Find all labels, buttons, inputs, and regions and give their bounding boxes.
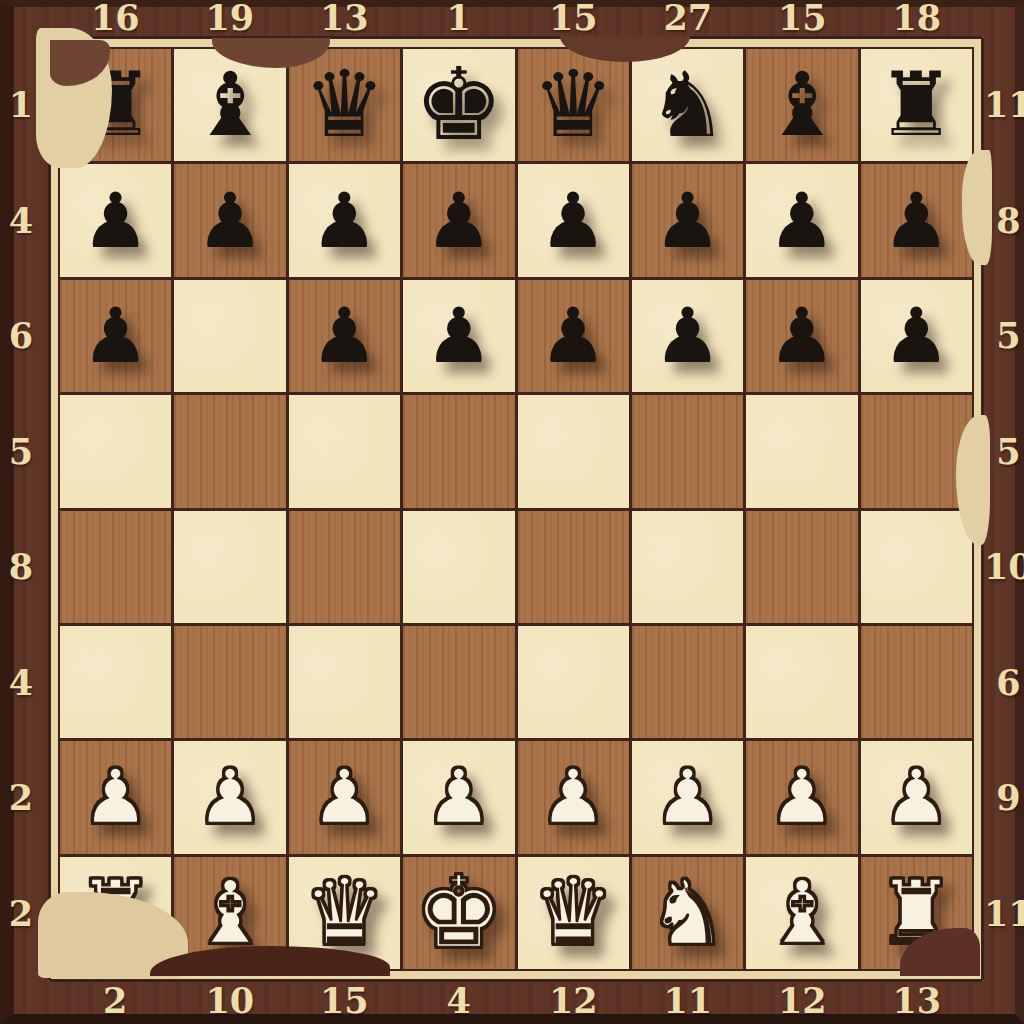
square-d7[interactable]: ♟	[403, 164, 514, 276]
bottom-label-3: 4	[402, 978, 517, 1022]
piece-black-rook[interactable]: ♜	[76, 61, 155, 149]
piece-black-bishop[interactable]: ♝	[191, 61, 270, 149]
piece-white-rook[interactable]: ♜	[76, 869, 155, 957]
top-label-4: 15	[516, 0, 631, 38]
left-label-3: 5	[0, 394, 48, 510]
left-label-6: 2	[0, 740, 48, 856]
piece-black-pawn[interactable]: ♟	[310, 183, 378, 259]
piece-white-pawn[interactable]: ♟	[425, 759, 493, 835]
piece-black-queen[interactable]: ♛	[532, 59, 614, 151]
square-a3[interactable]	[60, 626, 171, 738]
square-a4[interactable]	[60, 511, 171, 623]
square-a8[interactable]: ♜	[60, 49, 171, 161]
square-e4[interactable]	[518, 511, 629, 623]
right-label-5: 6	[984, 625, 1024, 741]
square-b4[interactable]	[174, 511, 285, 623]
square-g4[interactable]	[746, 511, 857, 623]
square-b2[interactable]: ♟	[174, 741, 285, 853]
top-label-3: 1	[402, 0, 517, 38]
top-label-5: 27	[631, 0, 746, 38]
chess-board[interactable]: ♜♝♛♚♛♞♝♜♟♟♟♟♟♟♟♟♟♟♟♟♟♟♟♟♟♟♟♟♟♟♟♜♝♛♚♛♞♝♜	[58, 47, 974, 971]
piece-white-queen[interactable]: ♛	[532, 867, 614, 959]
square-b5[interactable]	[174, 395, 285, 507]
square-h3[interactable]	[861, 626, 972, 738]
square-e8[interactable]: ♛	[518, 49, 629, 161]
square-e7[interactable]: ♟	[518, 164, 629, 276]
piece-black-pawn[interactable]: ♟	[882, 298, 950, 374]
square-e6[interactable]: ♟	[518, 280, 629, 392]
top-label-1: 19	[173, 0, 288, 38]
frame-numbers-top: 161913115271518	[58, 0, 974, 37]
square-g1[interactable]: ♝	[746, 857, 857, 969]
piece-white-bishop[interactable]: ♝	[762, 869, 841, 957]
square-a6[interactable]: ♟	[60, 280, 171, 392]
piece-white-bishop[interactable]: ♝	[191, 869, 270, 957]
square-f8[interactable]: ♞	[632, 49, 743, 161]
square-h2[interactable]: ♟	[861, 741, 972, 853]
square-c5[interactable]	[289, 395, 400, 507]
square-a7[interactable]: ♟	[60, 164, 171, 276]
square-g5[interactable]	[746, 395, 857, 507]
square-c3[interactable]	[289, 626, 400, 738]
square-f5[interactable]	[632, 395, 743, 507]
chess-app-window: 161913115271518 21015412111213 14658422 …	[0, 0, 1024, 1024]
top-label-7: 18	[860, 0, 975, 38]
left-label-5: 4	[0, 625, 48, 741]
piece-white-pawn[interactable]: ♟	[82, 759, 150, 835]
square-c4[interactable]	[289, 511, 400, 623]
board-mat: ♜♝♛♚♛♞♝♜♟♟♟♟♟♟♟♟♟♟♟♟♟♟♟♟♟♟♟♟♟♟♟♜♝♛♚♛♞♝♜	[48, 36, 984, 982]
left-label-0: 1	[0, 47, 48, 163]
square-a1[interactable]: ♜	[60, 857, 171, 969]
bottom-label-2: 15	[287, 978, 402, 1022]
bottom-label-4: 12	[516, 978, 631, 1022]
square-f7[interactable]: ♟	[632, 164, 743, 276]
bottom-label-0: 2	[58, 978, 173, 1022]
square-c8[interactable]: ♛	[289, 49, 400, 161]
piece-black-pawn[interactable]: ♟	[653, 183, 721, 259]
frame-numbers-bottom: 21015412111213	[58, 978, 974, 1022]
piece-black-pawn[interactable]: ♟	[425, 298, 493, 374]
piece-white-knight[interactable]: ♞	[647, 868, 728, 958]
square-c7[interactable]: ♟	[289, 164, 400, 276]
square-d5[interactable]	[403, 395, 514, 507]
piece-black-knight[interactable]: ♞	[647, 60, 728, 150]
piece-white-king[interactable]: ♚	[414, 863, 504, 963]
square-d4[interactable]	[403, 511, 514, 623]
square-h8[interactable]: ♜	[861, 49, 972, 161]
square-d2[interactable]: ♟	[403, 741, 514, 853]
left-label-7: 2	[0, 856, 48, 972]
piece-white-pawn[interactable]: ♟	[653, 759, 721, 835]
square-d8[interactable]: ♚	[403, 49, 514, 161]
square-e5[interactable]	[518, 395, 629, 507]
piece-black-pawn[interactable]: ♟	[82, 183, 150, 259]
left-label-2: 6	[0, 278, 48, 394]
bottom-label-6: 12	[745, 978, 860, 1022]
square-h1[interactable]: ♜	[861, 857, 972, 969]
square-b7[interactable]: ♟	[174, 164, 285, 276]
top-label-6: 15	[745, 0, 860, 38]
piece-white-pawn[interactable]: ♟	[539, 759, 607, 835]
square-a5[interactable]	[60, 395, 171, 507]
right-label-4: 10	[984, 509, 1024, 625]
top-label-0: 16	[58, 0, 173, 38]
square-b1[interactable]: ♝	[174, 857, 285, 969]
frame-numbers-left: 14658422	[0, 47, 48, 971]
piece-black-king[interactable]: ♚	[414, 55, 504, 155]
bottom-label-7: 13	[860, 978, 975, 1022]
right-label-2: 5	[984, 278, 1024, 394]
square-f4[interactable]	[632, 511, 743, 623]
piece-white-pawn[interactable]: ♟	[882, 759, 950, 835]
square-g8[interactable]: ♝	[746, 49, 857, 161]
square-b8[interactable]: ♝	[174, 49, 285, 161]
square-e1[interactable]: ♛	[518, 857, 629, 969]
bottom-label-5: 11	[631, 978, 746, 1022]
piece-white-pawn[interactable]: ♟	[310, 759, 378, 835]
piece-black-pawn[interactable]: ♟	[539, 298, 607, 374]
piece-black-pawn[interactable]: ♟	[653, 298, 721, 374]
square-g7[interactable]: ♟	[746, 164, 857, 276]
square-c1[interactable]: ♛	[289, 857, 400, 969]
square-b3[interactable]	[174, 626, 285, 738]
square-f2[interactable]: ♟	[632, 741, 743, 853]
top-label-2: 13	[287, 0, 402, 38]
right-label-3: 5	[984, 394, 1024, 510]
right-label-6: 9	[984, 740, 1024, 856]
square-d3[interactable]	[403, 626, 514, 738]
piece-black-pawn[interactable]: ♟	[539, 183, 607, 259]
right-label-1: 8	[984, 163, 1024, 279]
square-c2[interactable]: ♟	[289, 741, 400, 853]
square-d1[interactable]: ♚	[403, 857, 514, 969]
piece-black-pawn[interactable]: ♟	[768, 183, 836, 259]
piece-black-pawn[interactable]: ♟	[310, 298, 378, 374]
piece-white-pawn[interactable]: ♟	[196, 759, 264, 835]
frame-numbers-right: 11855106911	[984, 47, 1024, 971]
square-g3[interactable]	[746, 626, 857, 738]
square-g6[interactable]: ♟	[746, 280, 857, 392]
piece-black-pawn[interactable]: ♟	[196, 183, 264, 259]
piece-black-pawn[interactable]: ♟	[425, 183, 493, 259]
left-label-1: 4	[0, 163, 48, 279]
square-e2[interactable]: ♟	[518, 741, 629, 853]
square-f6[interactable]: ♟	[632, 280, 743, 392]
piece-white-rook[interactable]: ♜	[877, 869, 956, 957]
piece-black-pawn[interactable]: ♟	[768, 298, 836, 374]
square-h5[interactable]	[861, 395, 972, 507]
right-label-0: 11	[984, 47, 1024, 163]
square-f1[interactable]: ♞	[632, 857, 743, 969]
piece-black-pawn[interactable]: ♟	[882, 183, 950, 259]
left-label-4: 8	[0, 509, 48, 625]
piece-black-bishop[interactable]: ♝	[762, 61, 841, 149]
piece-black-rook[interactable]: ♜	[877, 61, 956, 149]
bottom-label-1: 10	[173, 978, 288, 1022]
square-c6[interactable]: ♟	[289, 280, 400, 392]
piece-black-queen[interactable]: ♛	[303, 59, 385, 151]
square-h6[interactable]: ♟	[861, 280, 972, 392]
square-h7[interactable]: ♟	[861, 164, 972, 276]
square-f3[interactable]	[632, 626, 743, 738]
right-label-7: 11	[984, 856, 1024, 972]
piece-black-pawn[interactable]: ♟	[82, 298, 150, 374]
square-a2[interactable]: ♟	[60, 741, 171, 853]
square-d6[interactable]: ♟	[403, 280, 514, 392]
square-g2[interactable]: ♟	[746, 741, 857, 853]
square-e3[interactable]	[518, 626, 629, 738]
square-b6[interactable]	[174, 280, 285, 392]
piece-white-pawn[interactable]: ♟	[768, 759, 836, 835]
piece-white-queen[interactable]: ♛	[303, 867, 385, 959]
square-h4[interactable]	[861, 511, 972, 623]
